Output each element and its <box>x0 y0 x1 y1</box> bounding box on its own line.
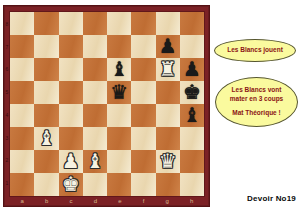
mate-announcement-bubble: Les Blancs vont mater en 3 coups Mat Thé… <box>215 77 298 127</box>
rank-label-2: 2 <box>6 158 9 163</box>
square-e3 <box>107 127 131 150</box>
square-g8 <box>156 12 180 35</box>
square-a3 <box>10 127 34 150</box>
square-d2: ♝ <box>83 150 107 173</box>
piece-black-bishop: ♝ <box>110 59 128 79</box>
square-b4 <box>34 104 58 127</box>
square-g6: ♜ <box>156 58 180 81</box>
square-f8 <box>131 12 155 35</box>
file-label-d: d <box>94 198 97 204</box>
mate-line-2: mater en 3 coups <box>230 95 283 104</box>
mate-theoretical-text: Mat Théorique ! <box>232 109 280 118</box>
file-label-b: b <box>45 198 48 204</box>
rank-label-1: 1 <box>6 181 9 186</box>
mate-line-1: Les Blancs vont <box>232 86 282 95</box>
square-c6 <box>59 58 83 81</box>
file-label-e: e <box>118 198 121 204</box>
square-c7 <box>59 35 83 58</box>
turn-indicator-text: Les Blancs jouent <box>227 46 283 55</box>
square-c4 <box>59 104 83 127</box>
square-b1 <box>34 173 58 196</box>
square-b2 <box>34 150 58 173</box>
square-d7 <box>83 35 107 58</box>
square-c5 <box>59 81 83 104</box>
piece-black-pawn: ♟ <box>159 36 177 56</box>
square-g1 <box>156 173 180 196</box>
rank-labels: 87654321 <box>4 13 10 195</box>
piece-white-rook: ♜ <box>159 59 177 79</box>
chessboard: ♟♝♜♟♛♚♝♝♟♝♛♚ 87654321 abcdefgh <box>3 5 210 207</box>
square-h7 <box>180 35 204 58</box>
rank-label-7: 7 <box>6 45 9 50</box>
square-b3: ♝ <box>34 127 58 150</box>
square-c3 <box>59 127 83 150</box>
board-grid: ♟♝♜♟♛♚♝♝♟♝♛♚ <box>10 12 204 196</box>
exercise-caption: Devoir No19 <box>247 194 296 203</box>
square-c8 <box>59 12 83 35</box>
square-g4 <box>156 104 180 127</box>
square-c2: ♟ <box>59 150 83 173</box>
piece-black-bishop: ♝ <box>183 105 201 125</box>
file-label-f: f <box>143 198 145 204</box>
square-a1 <box>10 173 34 196</box>
square-a7 <box>10 35 34 58</box>
rank-label-3: 3 <box>6 136 9 141</box>
piece-white-bishop: ♝ <box>37 128 55 148</box>
piece-white-queen: ♛ <box>159 151 177 171</box>
square-e1 <box>107 173 131 196</box>
square-g2: ♛ <box>156 150 180 173</box>
square-b8 <box>34 12 58 35</box>
file-label-h: h <box>190 198 193 204</box>
piece-white-king: ♚ <box>62 174 80 194</box>
square-f4 <box>131 104 155 127</box>
square-d4 <box>83 104 107 127</box>
rank-label-4: 4 <box>6 113 9 118</box>
rank-label-8: 8 <box>6 22 9 27</box>
square-h4: ♝ <box>180 104 204 127</box>
square-e8 <box>107 12 131 35</box>
square-d6 <box>83 58 107 81</box>
chess-homework-page: ♟♝♜♟♛♚♝♝♟♝♛♚ 87654321 abcdefgh Les Blanc… <box>0 0 300 212</box>
rank-label-5: 5 <box>6 90 9 95</box>
square-a6 <box>10 58 34 81</box>
square-d8 <box>83 12 107 35</box>
square-f2 <box>131 150 155 173</box>
piece-black-queen: ♛ <box>110 82 128 102</box>
rank-label-6: 6 <box>6 67 9 72</box>
square-h3 <box>180 127 204 150</box>
square-f6 <box>131 58 155 81</box>
square-h8 <box>180 12 204 35</box>
square-e6: ♝ <box>107 58 131 81</box>
square-e4 <box>107 104 131 127</box>
piece-black-king: ♚ <box>183 82 201 102</box>
turn-indicator-bubble: Les Blancs jouent <box>214 39 296 62</box>
square-h5: ♚ <box>180 81 204 104</box>
square-g3 <box>156 127 180 150</box>
square-f5 <box>131 81 155 104</box>
piece-black-pawn: ♟ <box>183 59 201 79</box>
piece-white-bishop: ♝ <box>86 151 104 171</box>
square-f3 <box>131 127 155 150</box>
square-d5 <box>83 81 107 104</box>
square-d1 <box>83 173 107 196</box>
square-b6 <box>34 58 58 81</box>
square-a8 <box>10 12 34 35</box>
square-a2 <box>10 150 34 173</box>
square-h6: ♟ <box>180 58 204 81</box>
square-b7 <box>34 35 58 58</box>
square-a4 <box>10 104 34 127</box>
piece-white-pawn: ♟ <box>62 151 80 171</box>
square-c1: ♚ <box>59 173 83 196</box>
square-a5 <box>10 81 34 104</box>
square-h2 <box>180 150 204 173</box>
square-d3 <box>83 127 107 150</box>
file-label-g: g <box>166 198 169 204</box>
square-f1 <box>131 173 155 196</box>
square-e7 <box>107 35 131 58</box>
file-labels: abcdefgh <box>10 197 204 205</box>
square-e5: ♛ <box>107 81 131 104</box>
square-h1 <box>180 173 204 196</box>
square-g7: ♟ <box>156 35 180 58</box>
square-b5 <box>34 81 58 104</box>
file-label-a: a <box>21 198 24 204</box>
square-g5 <box>156 81 180 104</box>
square-f7 <box>131 35 155 58</box>
file-label-c: c <box>70 198 73 204</box>
square-e2 <box>107 150 131 173</box>
